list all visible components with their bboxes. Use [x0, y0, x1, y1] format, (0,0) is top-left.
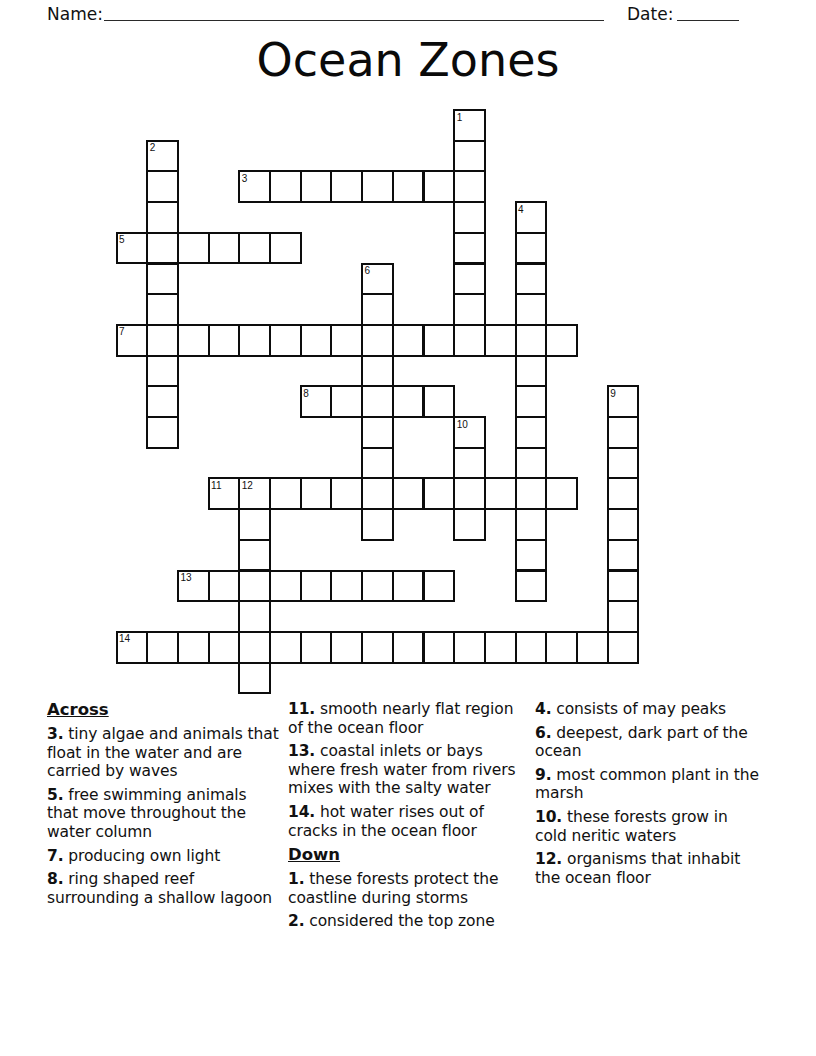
grid-cell[interactable]	[515, 263, 548, 296]
grid-cell[interactable]: 8	[300, 385, 333, 418]
grid-cell[interactable]	[361, 447, 394, 480]
grid-cell[interactable]	[146, 631, 179, 664]
across-header: Across	[47, 700, 280, 719]
grid-cell[interactable]	[515, 631, 548, 664]
clue-number-label: 11.	[288, 700, 315, 718]
clue-14: 14. hot water rises out of cracks in the…	[288, 803, 529, 840]
grid-cell[interactable]	[177, 232, 210, 265]
grid-cell[interactable]: 5	[116, 232, 149, 265]
grid-cell[interactable]	[515, 232, 548, 265]
clue-4: 4. consists of may peaks	[535, 700, 761, 719]
grid-cell[interactable]: 11	[208, 477, 241, 510]
clue-number-label: 6.	[535, 724, 551, 742]
grid-cell[interactable]: 13	[177, 570, 210, 603]
grid-cell[interactable]	[208, 232, 241, 265]
clue-number: 6	[365, 265, 371, 276]
down-header: Down	[288, 845, 529, 864]
clue-column-middle: 11. smooth nearly flat region of the oce…	[288, 700, 529, 936]
grid-cell[interactable]: 1	[453, 109, 486, 142]
grid-cell[interactable]	[515, 508, 548, 541]
grid-cell[interactable]	[146, 324, 179, 357]
grid-cell[interactable]	[330, 477, 363, 510]
clue-number-label: 5.	[47, 786, 63, 804]
grid-cell[interactable]	[515, 324, 548, 357]
clue-number: 12	[242, 480, 253, 491]
grid-cell[interactable]	[607, 508, 640, 541]
grid-cell[interactable]	[361, 324, 394, 357]
grid-cell[interactable]	[177, 324, 210, 357]
grid-cell[interactable]	[238, 539, 271, 572]
grid-cell[interactable]: 14	[116, 631, 149, 664]
name-label: Name:	[47, 4, 103, 24]
grid-cell[interactable]: 12	[238, 477, 271, 510]
grid-cell[interactable]	[392, 170, 425, 203]
grid-cell[interactable]	[515, 570, 548, 603]
date-label: Date:	[627, 4, 673, 24]
grid-cell[interactable]	[607, 539, 640, 572]
grid-cell[interactable]	[269, 631, 302, 664]
grid-cell[interactable]	[453, 201, 486, 234]
grid-cell[interactable]	[177, 631, 210, 664]
grid-cell[interactable]	[392, 631, 425, 664]
clue-8: 8. ring shaped reef surrounding a shallo…	[47, 870, 280, 907]
grid-cell[interactable]	[453, 293, 486, 326]
page-title: Ocean Zones	[0, 33, 816, 87]
grid-cell[interactable]	[607, 570, 640, 603]
clue-12: 12. organisms that inhabit the ocean flo…	[535, 850, 761, 887]
grid-cell[interactable]	[269, 232, 302, 265]
grid-cell[interactable]	[330, 570, 363, 603]
grid-cell[interactable]	[300, 477, 333, 510]
worksheet-page: { "header": { "name_label": "Name:", "da…	[0, 0, 816, 1056]
grid-cell[interactable]	[330, 631, 363, 664]
clue-13: 13. coastal inlets or bays where fresh w…	[288, 742, 529, 798]
clue-6: 6. deepest, dark part of the ocean	[535, 724, 761, 761]
grid-cell[interactable]: 7	[116, 324, 149, 357]
grid-cell[interactable]	[515, 477, 548, 510]
grid-cell[interactable]	[146, 355, 179, 388]
clue-number: 8	[303, 388, 309, 399]
grid-cell[interactable]	[484, 324, 517, 357]
grid-cell[interactable]	[453, 324, 486, 357]
grid-cell[interactable]	[361, 570, 394, 603]
grid-cell[interactable]	[330, 170, 363, 203]
date-blank-line[interactable]	[677, 20, 739, 21]
grid-cell[interactable]	[330, 385, 363, 418]
clue-number-label: 4.	[535, 700, 551, 718]
grid-cell[interactable]	[238, 232, 271, 265]
clue-7: 7. producing own light	[47, 847, 280, 866]
grid-cell[interactable]	[545, 631, 578, 664]
clue-9: 9. most common plant in the marsh	[535, 766, 761, 803]
grid-cell[interactable]	[453, 631, 486, 664]
clue-number: 3	[242, 173, 248, 184]
clue-number-label: 2.	[288, 912, 304, 930]
grid-cell[interactable]	[607, 447, 640, 480]
grid-cell[interactable]	[484, 631, 517, 664]
grid-cell[interactable]	[453, 263, 486, 296]
grid-cell[interactable]	[208, 324, 241, 357]
grid-cell[interactable]	[269, 170, 302, 203]
clue-number: 13	[180, 572, 191, 583]
clue-10: 10. these forests grow in cold neritic w…	[535, 808, 761, 845]
clue-number-label: 3.	[47, 725, 63, 743]
grid-cell[interactable]	[515, 447, 548, 480]
clue-number-label: 7.	[47, 847, 63, 865]
grid-cell[interactable]	[238, 631, 271, 664]
crossword-grid: 3578111213141246910	[117, 110, 639, 694]
clue-number-label: 14.	[288, 803, 315, 821]
grid-cell[interactable]	[238, 570, 271, 603]
grid-cell[interactable]	[515, 416, 548, 449]
grid-cell[interactable]	[607, 631, 640, 664]
grid-cell[interactable]	[607, 477, 640, 510]
grid-cell[interactable]	[208, 570, 241, 603]
grid-cell[interactable]	[423, 170, 456, 203]
grid-cell[interactable]	[423, 477, 456, 510]
grid-cell[interactable]	[392, 477, 425, 510]
clue-column-right: 4. consists of may peaks6. deepest, dark…	[535, 700, 761, 892]
grid-cell[interactable]	[607, 600, 640, 633]
grid-cell[interactable]	[146, 201, 179, 234]
grid-cell[interactable]	[515, 539, 548, 572]
grid-cell[interactable]	[146, 232, 179, 265]
grid-cell[interactable]: 9	[607, 385, 640, 418]
grid-cell[interactable]	[545, 477, 578, 510]
clue-number: 10	[457, 419, 468, 430]
clue-11: 11. smooth nearly flat region of the oce…	[288, 700, 529, 737]
grid-cell[interactable]	[453, 170, 486, 203]
grid-cell[interactable]	[515, 385, 548, 418]
clue-3: 3. tiny algae and animals that float in …	[47, 725, 280, 781]
grid-cell[interactable]	[392, 324, 425, 357]
grid-cell[interactable]	[576, 631, 609, 664]
grid-cell[interactable]	[146, 416, 179, 449]
grid-cell[interactable]	[300, 631, 333, 664]
grid-cell[interactable]: 3	[238, 170, 271, 203]
grid-cell[interactable]	[392, 570, 425, 603]
clue-number-label: 12.	[535, 850, 562, 868]
clue-number: 9	[610, 388, 616, 399]
clue-2: 2. considered the top zone	[288, 912, 529, 931]
grid-cell[interactable]	[300, 324, 333, 357]
grid-cell[interactable]	[453, 508, 486, 541]
grid-cell[interactable]	[146, 170, 179, 203]
clue-number-label: 13.	[288, 742, 315, 760]
grid-cell[interactable]	[515, 355, 548, 388]
grid-cell[interactable]	[238, 508, 271, 541]
grid-cell[interactable]	[423, 570, 456, 603]
grid-cell[interactable]	[453, 232, 486, 265]
clue-number: 4	[518, 204, 524, 215]
grid-cell[interactable]: 4	[515, 201, 548, 234]
grid-cell[interactable]	[361, 477, 394, 510]
grid-cell[interactable]	[423, 385, 456, 418]
grid-cell[interactable]	[300, 570, 333, 603]
clue-number-label: 10.	[535, 808, 562, 826]
clue-number-label: 1.	[288, 870, 304, 888]
grid-cell[interactable]	[392, 385, 425, 418]
grid-cell[interactable]	[146, 385, 179, 418]
grid-cell[interactable]	[238, 600, 271, 633]
grid-cell[interactable]	[269, 324, 302, 357]
grid-cell[interactable]	[361, 170, 394, 203]
grid-cell[interactable]	[545, 324, 578, 357]
clue-5: 5. free swimming animals that move throu…	[47, 786, 280, 842]
clue-number: 11	[211, 480, 221, 491]
grid-cell[interactable]	[361, 631, 394, 664]
grid-cell[interactable]	[238, 324, 271, 357]
clue-column-left: Across3. tiny algae and animals that flo…	[47, 700, 280, 912]
grid-cell[interactable]: 2	[146, 140, 179, 173]
grid-cell[interactable]	[484, 477, 517, 510]
grid-cell[interactable]	[361, 293, 394, 326]
grid-cell[interactable]	[453, 447, 486, 480]
grid-cell[interactable]	[607, 416, 640, 449]
clue-number: 1	[457, 112, 463, 123]
grid-cell[interactable]	[208, 631, 241, 664]
grid-cell[interactable]: 6	[361, 263, 394, 296]
grid-cell[interactable]	[453, 477, 486, 510]
clue-number: 5	[119, 234, 125, 245]
clue-number-label: 9.	[535, 766, 551, 784]
clue-number: 7	[119, 326, 125, 337]
grid-cell[interactable]	[361, 508, 394, 541]
clue-number: 2	[150, 142, 156, 153]
grid-cell[interactable]	[330, 324, 363, 357]
grid-cell[interactable]	[423, 631, 456, 664]
grid-cell[interactable]	[238, 662, 271, 695]
grid-cell[interactable]: 10	[453, 416, 486, 449]
grid-cell[interactable]	[269, 477, 302, 510]
clue-number: 14	[119, 633, 130, 644]
grid-cell[interactable]	[361, 385, 394, 418]
name-blank-line[interactable]	[104, 20, 604, 21]
grid-cell[interactable]	[361, 416, 394, 449]
grid-cell[interactable]	[515, 293, 548, 326]
grid-cell[interactable]	[361, 355, 394, 388]
grid-cell[interactable]	[269, 570, 302, 603]
grid-cell[interactable]	[146, 263, 179, 296]
clue-number-label: 8.	[47, 870, 63, 888]
grid-cell[interactable]	[453, 140, 486, 173]
clue-1: 1. these forests protect the coastline d…	[288, 870, 529, 907]
grid-cell[interactable]	[146, 293, 179, 326]
grid-cell[interactable]	[300, 170, 333, 203]
grid-cell[interactable]	[423, 324, 456, 357]
